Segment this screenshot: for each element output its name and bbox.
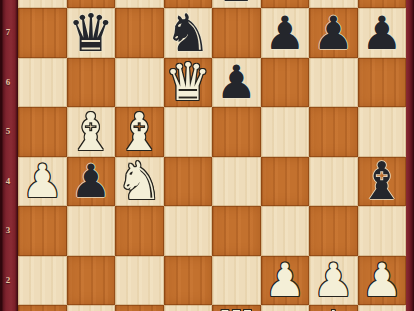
square-e1 [212,305,261,311]
square-b8 [67,0,116,8]
square-a8 [18,0,67,8]
square-f6 [261,58,310,108]
rank-label-5: 5 [0,127,16,136]
square-a4 [18,157,67,207]
square-e4 [212,157,261,207]
square-c5 [115,107,164,157]
square-f5 [261,107,310,157]
square-a1 [18,305,67,311]
square-e5 [212,107,261,157]
square-d7 [164,8,213,58]
square-f8 [261,0,310,8]
square-g2 [309,256,358,306]
square-a6 [18,58,67,108]
square-h7 [358,8,407,58]
square-f4 [261,157,310,207]
square-g8 [309,0,358,8]
square-b1 [67,305,116,311]
square-h8 [358,0,407,8]
square-g4 [309,157,358,207]
rank-label-7: 7 [0,28,16,37]
chess-board: ♚♛♞♟♟♟♛♟♝♝♟♟♞♝♟♟♟♜♚ [18,0,406,311]
square-g7 [309,8,358,58]
square-d4 [164,157,213,207]
square-h1 [358,305,407,311]
chess-diagram: ♚♛♞♟♟♟♛♟♝♝♟♟♞♝♟♟♟♜♚ 765432 [0,0,414,311]
square-f2 [261,256,310,306]
square-b2 [67,256,116,306]
square-a2 [18,256,67,306]
square-c2 [115,256,164,306]
board-right-frame [406,0,414,311]
square-c6 [115,58,164,108]
rank-label-6: 6 [0,78,16,87]
square-f1 [261,305,310,311]
square-e7 [212,8,261,58]
square-c1 [115,305,164,311]
square-g1 [309,305,358,311]
square-d6 [164,58,213,108]
square-b4 [67,157,116,207]
square-e8 [212,0,261,8]
rank-label-4: 4 [0,177,16,186]
square-e6 [212,58,261,108]
square-e2 [212,256,261,306]
square-c3 [115,206,164,256]
square-h5 [358,107,407,157]
square-d5 [164,107,213,157]
rank-label-2: 2 [0,276,16,285]
square-c4 [115,157,164,207]
square-g3 [309,206,358,256]
square-a7 [18,8,67,58]
square-f3 [261,206,310,256]
square-h3 [358,206,407,256]
square-b3 [67,206,116,256]
square-d3 [164,206,213,256]
square-h4 [358,157,407,207]
square-d1 [164,305,213,311]
square-d2 [164,256,213,306]
square-c8 [115,0,164,8]
square-g6 [309,58,358,108]
square-d8 [164,0,213,8]
board-left-frame [0,0,18,311]
square-g5 [309,107,358,157]
square-f7 [261,8,310,58]
square-e3 [212,206,261,256]
square-c7 [115,8,164,58]
square-a3 [18,206,67,256]
square-b6 [67,58,116,108]
square-b7 [67,8,116,58]
square-h6 [358,58,407,108]
square-b5 [67,107,116,157]
rank-label-3: 3 [0,226,16,235]
square-a5 [18,107,67,157]
square-h2 [358,256,407,306]
